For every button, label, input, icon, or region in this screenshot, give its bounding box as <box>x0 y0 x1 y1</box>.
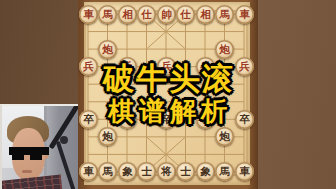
piece-black-馬[interactable]: 馬 <box>215 162 234 181</box>
piece-character: 炮 <box>215 40 233 58</box>
xiangqi-board <box>84 2 250 185</box>
piece-red-車[interactable]: 車 <box>79 5 98 24</box>
piece-character: 炮 <box>215 128 233 146</box>
webcam-overlay <box>0 104 78 189</box>
piece-character: 相 <box>118 5 136 23</box>
piece-character: 帥 <box>157 5 175 23</box>
piece-red-帥[interactable]: 帥 <box>157 5 176 24</box>
piece-red-兵[interactable]: 兵 <box>196 57 215 76</box>
piece-character: 炮 <box>98 128 116 146</box>
piece-character: 馬 <box>215 163 233 181</box>
piece-character: 車 <box>235 163 253 181</box>
piece-red-兵[interactable]: 兵 <box>118 57 137 76</box>
piece-black-卒[interactable]: 卒 <box>196 110 215 129</box>
piece-character: 車 <box>79 5 97 23</box>
video-thumbnail: 車馬相仕帥仕相馬車炮炮兵兵兵兵兵卒卒卒卒卒炮炮車馬象士将士象馬車 破牛头滚 棋谱… <box>0 0 336 189</box>
piece-black-卒[interactable]: 卒 <box>235 110 254 129</box>
piece-red-兵[interactable]: 兵 <box>235 57 254 76</box>
piece-red-兵[interactable]: 兵 <box>157 57 176 76</box>
pixel-sunglasses <box>9 147 49 155</box>
piece-red-兵[interactable]: 兵 <box>79 57 98 76</box>
piece-black-士[interactable]: 士 <box>137 162 156 181</box>
piece-black-車[interactable]: 車 <box>235 162 254 181</box>
piece-black-士[interactable]: 士 <box>176 162 195 181</box>
piece-character: 馬 <box>98 5 116 23</box>
piece-character: 車 <box>79 163 97 181</box>
streamer-plaid-shirt <box>0 175 63 189</box>
piece-character: 炮 <box>98 40 116 58</box>
piece-black-象[interactable]: 象 <box>118 162 137 181</box>
piece-black-炮[interactable]: 炮 <box>215 127 234 146</box>
piece-character: 卒 <box>235 110 253 128</box>
piece-red-相[interactable]: 相 <box>196 5 215 24</box>
piece-character: 将 <box>157 163 175 181</box>
piece-black-将[interactable]: 将 <box>157 162 176 181</box>
piece-character: 卒 <box>118 110 136 128</box>
piece-red-馬[interactable]: 馬 <box>215 5 234 24</box>
piece-black-馬[interactable]: 馬 <box>98 162 117 181</box>
piece-red-炮[interactable]: 炮 <box>215 40 234 59</box>
piece-character: 象 <box>118 163 136 181</box>
piece-character: 卒 <box>157 110 175 128</box>
piece-character: 象 <box>196 163 214 181</box>
piece-character: 兵 <box>196 58 214 76</box>
piece-character: 士 <box>137 163 155 181</box>
piece-red-車[interactable]: 車 <box>235 5 254 24</box>
piece-red-相[interactable]: 相 <box>118 5 137 24</box>
piece-character: 馬 <box>215 5 233 23</box>
piece-character: 兵 <box>118 58 136 76</box>
piece-character: 車 <box>235 5 253 23</box>
piece-character: 士 <box>176 163 194 181</box>
piece-character: 兵 <box>157 58 175 76</box>
piece-character: 兵 <box>79 58 97 76</box>
streamer-mouth <box>22 170 32 173</box>
piece-character: 仕 <box>137 5 155 23</box>
piece-black-象[interactable]: 象 <box>196 162 215 181</box>
piece-character: 相 <box>196 5 214 23</box>
piece-character: 卒 <box>79 110 97 128</box>
piece-character: 馬 <box>98 163 116 181</box>
piece-black-炮[interactable]: 炮 <box>98 127 117 146</box>
piece-black-卒[interactable]: 卒 <box>118 110 137 129</box>
piece-black-卒[interactable]: 卒 <box>79 110 98 129</box>
xiangqi-board-frame <box>78 0 258 189</box>
piece-red-炮[interactable]: 炮 <box>98 40 117 59</box>
piece-black-卒[interactable]: 卒 <box>157 110 176 129</box>
piece-character: 兵 <box>235 58 253 76</box>
piece-red-馬[interactable]: 馬 <box>98 5 117 24</box>
sunglasses-lens-right <box>30 155 42 160</box>
microphone-arm-joint <box>60 136 68 144</box>
sunglasses-lens-left <box>12 155 24 160</box>
piece-black-車[interactable]: 車 <box>79 162 98 181</box>
piece-red-仕[interactable]: 仕 <box>176 5 195 24</box>
piece-character: 卒 <box>196 110 214 128</box>
piece-character: 仕 <box>176 5 194 23</box>
piece-red-仕[interactable]: 仕 <box>137 5 156 24</box>
